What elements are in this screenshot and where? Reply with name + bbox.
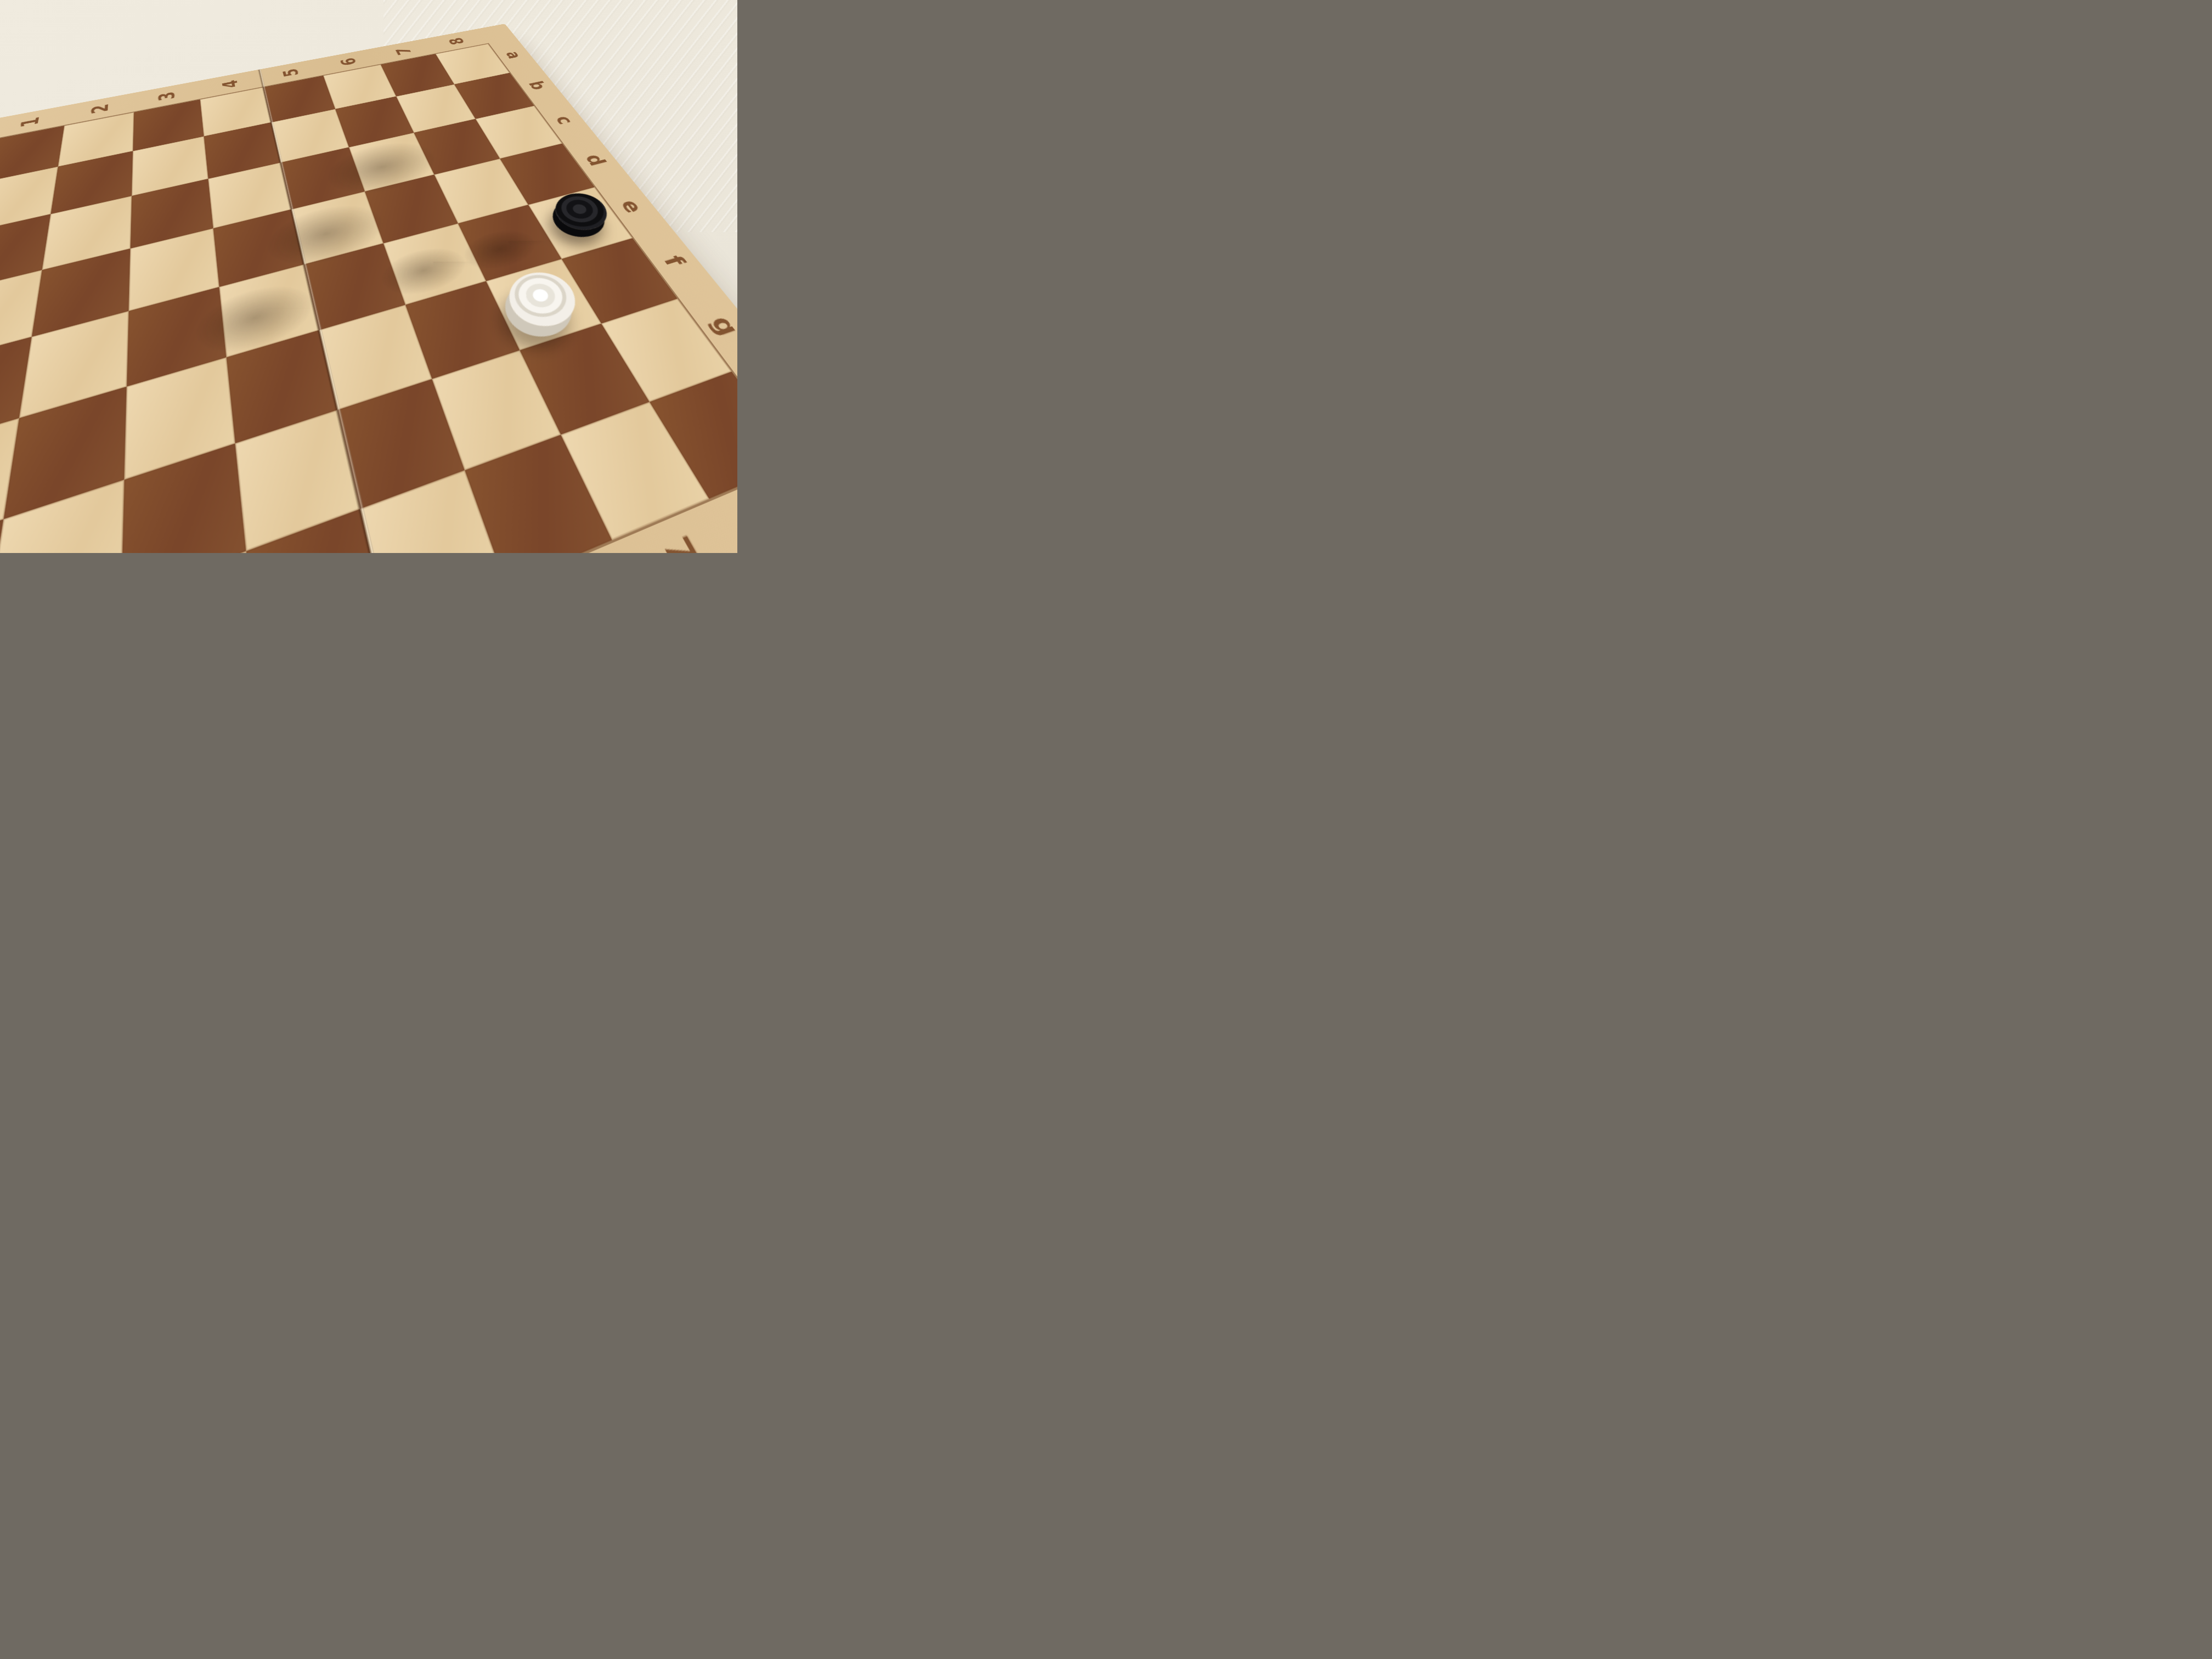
white-rook-glyph: ♜ [203, 170, 332, 314]
perspective-wrapper: 1122334455667788aabbccddeeffgghh ♜♝♞♟♟ [0, 0, 737, 553]
photo-scene: 1122334455667788aabbccddeeffgghh ♜♝♞♟♟ [0, 0, 737, 553]
chess-board: 1122334455667788aabbccddeeffgghh ♜♝♞♟♟ [0, 24, 737, 553]
